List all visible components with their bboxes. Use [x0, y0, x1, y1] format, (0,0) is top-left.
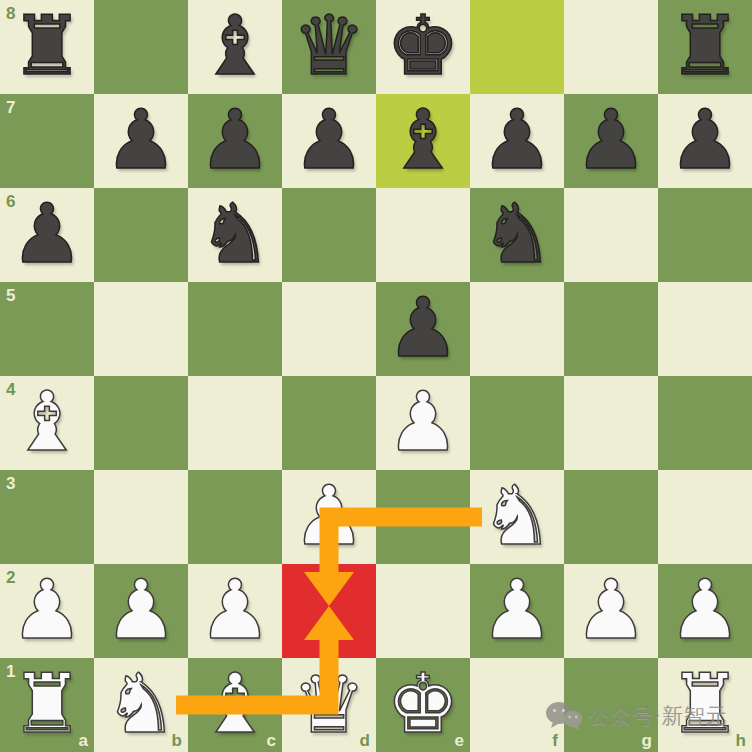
square-b3[interactable]: [94, 470, 188, 564]
square-e6[interactable]: [376, 188, 470, 282]
white-bishop[interactable]: ♝: [0, 376, 94, 470]
square-d4[interactable]: [282, 376, 376, 470]
square-a1[interactable]: 1a♜: [0, 658, 94, 752]
black-pawn[interactable]: ♟: [564, 94, 658, 188]
black-queen[interactable]: ♛: [282, 0, 376, 94]
square-a7[interactable]: 7: [0, 94, 94, 188]
white-pawn[interactable]: ♟: [94, 564, 188, 658]
square-b7[interactable]: ♟: [94, 94, 188, 188]
white-king[interactable]: ♚: [376, 658, 470, 752]
black-pawn[interactable]: ♟: [94, 94, 188, 188]
square-f1[interactable]: f: [470, 658, 564, 752]
square-h2[interactable]: ♟: [658, 564, 752, 658]
square-f6[interactable]: ♞: [470, 188, 564, 282]
square-c2[interactable]: ♟: [188, 564, 282, 658]
square-a2[interactable]: 2♟: [0, 564, 94, 658]
square-c8[interactable]: ♝: [188, 0, 282, 94]
white-pawn[interactable]: ♟: [282, 470, 376, 564]
white-pawn[interactable]: ♟: [376, 376, 470, 470]
square-c1[interactable]: c♝: [188, 658, 282, 752]
square-h6[interactable]: [658, 188, 752, 282]
square-d7[interactable]: ♟: [282, 94, 376, 188]
white-pawn[interactable]: ♟: [0, 564, 94, 658]
square-g3[interactable]: [564, 470, 658, 564]
black-rook[interactable]: ♜: [0, 0, 94, 94]
square-e3[interactable]: [376, 470, 470, 564]
rank-label-5: 5: [6, 287, 15, 304]
square-e1[interactable]: e♚: [376, 658, 470, 752]
black-knight[interactable]: ♞: [188, 188, 282, 282]
square-g8[interactable]: [564, 0, 658, 94]
black-pawn[interactable]: ♟: [282, 94, 376, 188]
square-a5[interactable]: 5: [0, 282, 94, 376]
square-d6[interactable]: [282, 188, 376, 282]
square-g6[interactable]: [564, 188, 658, 282]
black-knight[interactable]: ♞: [470, 188, 564, 282]
square-c3[interactable]: [188, 470, 282, 564]
file-label-g: g: [642, 732, 652, 749]
square-e2[interactable]: [376, 564, 470, 658]
white-bishop[interactable]: ♝: [188, 658, 282, 752]
black-king[interactable]: ♚: [376, 0, 470, 94]
square-c4[interactable]: [188, 376, 282, 470]
square-h4[interactable]: [658, 376, 752, 470]
square-c6[interactable]: ♞: [188, 188, 282, 282]
square-e7[interactable]: ♝: [376, 94, 470, 188]
square-h7[interactable]: ♟: [658, 94, 752, 188]
square-e4[interactable]: ♟: [376, 376, 470, 470]
rank-label-3: 3: [6, 475, 15, 492]
square-f4[interactable]: [470, 376, 564, 470]
square-f5[interactable]: [470, 282, 564, 376]
black-pawn[interactable]: ♟: [188, 94, 282, 188]
square-d5[interactable]: [282, 282, 376, 376]
square-a8[interactable]: 8♜: [0, 0, 94, 94]
square-c5[interactable]: [188, 282, 282, 376]
square-b5[interactable]: [94, 282, 188, 376]
square-d3[interactable]: ♟: [282, 470, 376, 564]
chess-board: 公众号·新智元 8♜♝♛♚♜7♟♟♟♝♟♟♟6♟♞♞5♟4♝♟3♟♞2♟♟♟♟♟…: [0, 0, 752, 752]
square-h3[interactable]: [658, 470, 752, 564]
white-pawn[interactable]: ♟: [564, 564, 658, 658]
black-rook[interactable]: ♜: [658, 0, 752, 94]
square-b4[interactable]: [94, 376, 188, 470]
white-knight[interactable]: ♞: [94, 658, 188, 752]
square-d2[interactable]: [282, 564, 376, 658]
black-bishop[interactable]: ♝: [188, 0, 282, 94]
square-f7[interactable]: ♟: [470, 94, 564, 188]
white-pawn[interactable]: ♟: [658, 564, 752, 658]
square-e8[interactable]: ♚: [376, 0, 470, 94]
white-queen[interactable]: ♛: [282, 658, 376, 752]
square-g2[interactable]: ♟: [564, 564, 658, 658]
black-pawn[interactable]: ♟: [658, 94, 752, 188]
white-pawn[interactable]: ♟: [188, 564, 282, 658]
square-a3[interactable]: 3: [0, 470, 94, 564]
white-pawn[interactable]: ♟: [470, 564, 564, 658]
square-d8[interactable]: ♛: [282, 0, 376, 94]
square-e5[interactable]: ♟: [376, 282, 470, 376]
black-pawn[interactable]: ♟: [0, 188, 94, 282]
square-b6[interactable]: [94, 188, 188, 282]
square-f8[interactable]: [470, 0, 564, 94]
square-b2[interactable]: ♟: [94, 564, 188, 658]
black-pawn[interactable]: ♟: [376, 282, 470, 376]
square-h5[interactable]: [658, 282, 752, 376]
square-h1[interactable]: h♜: [658, 658, 752, 752]
square-a4[interactable]: 4♝: [0, 376, 94, 470]
square-a6[interactable]: 6♟: [0, 188, 94, 282]
black-bishop[interactable]: ♝: [376, 94, 470, 188]
square-b8[interactable]: [94, 0, 188, 94]
square-h8[interactable]: ♜: [658, 0, 752, 94]
white-rook[interactable]: ♜: [0, 658, 94, 752]
square-g7[interactable]: ♟: [564, 94, 658, 188]
square-f3[interactable]: ♞: [470, 470, 564, 564]
black-pawn[interactable]: ♟: [470, 94, 564, 188]
square-g5[interactable]: [564, 282, 658, 376]
square-f2[interactable]: ♟: [470, 564, 564, 658]
rank-label-7: 7: [6, 99, 15, 116]
white-knight[interactable]: ♞: [470, 470, 564, 564]
white-rook[interactable]: ♜: [658, 658, 752, 752]
square-g4[interactable]: [564, 376, 658, 470]
square-c7[interactable]: ♟: [188, 94, 282, 188]
square-d1[interactable]: d♛: [282, 658, 376, 752]
square-b1[interactable]: b♞: [94, 658, 188, 752]
file-label-f: f: [552, 732, 558, 749]
square-g1[interactable]: g: [564, 658, 658, 752]
